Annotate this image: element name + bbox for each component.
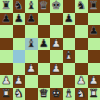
piece-black-pawn[interactable]: ♟ xyxy=(39,38,49,51)
piece-white-pawn[interactable]: ♟ xyxy=(26,63,36,76)
square-a6[interactable] xyxy=(0,25,13,38)
square-g4[interactable] xyxy=(75,50,88,63)
square-b4[interactable] xyxy=(13,50,26,63)
square-e7[interactable] xyxy=(50,13,63,26)
piece-black-pawn[interactable]: ♟ xyxy=(26,13,36,26)
square-f3[interactable] xyxy=(63,63,76,76)
piece-white-queen[interactable]: ♛ xyxy=(39,88,49,101)
square-h1[interactable]: ♜ xyxy=(88,88,101,101)
square-e3[interactable]: ♟ xyxy=(50,63,63,76)
square-d3[interactable] xyxy=(38,63,51,76)
piece-white-rook[interactable]: ♜ xyxy=(89,88,99,101)
square-c1[interactable] xyxy=(25,88,38,101)
piece-black-pawn[interactable]: ♟ xyxy=(89,25,99,38)
piece-white-pawn[interactable]: ♟ xyxy=(89,75,99,88)
piece-black-rook[interactable]: ♜ xyxy=(1,0,11,13)
square-e8[interactable]: ♚ xyxy=(50,0,63,13)
piece-white-knight[interactable]: ♞ xyxy=(14,88,24,101)
piece-black-pawn[interactable]: ♟ xyxy=(64,13,74,26)
square-c5[interactable]: ♝ xyxy=(25,38,38,51)
square-c2[interactable] xyxy=(25,75,38,88)
square-f6[interactable] xyxy=(63,25,76,38)
square-h8[interactable]: ♜ xyxy=(88,0,101,13)
piece-black-bishop[interactable]: ♝ xyxy=(26,0,36,13)
square-f7[interactable]: ♟ xyxy=(63,13,76,26)
square-h2[interactable]: ♟ xyxy=(88,75,101,88)
piece-white-pawn[interactable]: ♟ xyxy=(51,63,61,76)
square-f5[interactable] xyxy=(63,38,76,51)
piece-black-queen[interactable]: ♛ xyxy=(39,0,49,13)
square-c6[interactable] xyxy=(25,25,38,38)
piece-black-king[interactable]: ♚ xyxy=(51,0,61,13)
square-c4[interactable] xyxy=(25,50,38,63)
square-d6[interactable] xyxy=(38,25,51,38)
square-b8[interactable]: ♞ xyxy=(13,0,26,13)
square-f1[interactable]: ♝ xyxy=(63,88,76,101)
piece-white-pawn[interactable]: ♟ xyxy=(76,75,86,88)
piece-white-pawn[interactable]: ♟ xyxy=(14,75,24,88)
square-g5[interactable] xyxy=(75,38,88,51)
square-h6[interactable]: ♟ xyxy=(88,25,101,38)
square-d2[interactable] xyxy=(38,75,51,88)
square-g6[interactable] xyxy=(75,25,88,38)
square-b1[interactable]: ♞ xyxy=(13,88,26,101)
piece-black-knight[interactable]: ♞ xyxy=(76,0,86,13)
square-f8[interactable] xyxy=(63,0,76,13)
square-g2[interactable]: ♟ xyxy=(75,75,88,88)
piece-white-pawn[interactable]: ♟ xyxy=(51,38,61,51)
square-g3[interactable] xyxy=(75,63,88,76)
piece-black-pawn[interactable]: ♟ xyxy=(1,13,11,26)
piece-white-pawn[interactable]: ♟ xyxy=(1,75,11,88)
square-b2[interactable]: ♟ xyxy=(13,75,26,88)
square-a3[interactable] xyxy=(0,63,13,76)
square-c7[interactable]: ♟ xyxy=(25,13,38,26)
square-d8[interactable]: ♛ xyxy=(38,0,51,13)
square-a4[interactable] xyxy=(0,50,13,63)
square-b6[interactable] xyxy=(13,25,26,38)
square-g8[interactable]: ♞ xyxy=(75,0,88,13)
square-b3[interactable] xyxy=(13,63,26,76)
square-h7[interactable] xyxy=(88,13,101,26)
square-c8[interactable]: ♝ xyxy=(25,0,38,13)
square-e6[interactable] xyxy=(50,25,63,38)
square-h3[interactable] xyxy=(88,63,101,76)
piece-black-knight[interactable]: ♞ xyxy=(14,0,24,13)
square-e1[interactable]: ♚ xyxy=(50,88,63,101)
piece-white-knight[interactable]: ♞ xyxy=(76,88,86,101)
square-b5[interactable] xyxy=(13,38,26,51)
square-f4[interactable]: ♝ xyxy=(63,50,76,63)
square-e2[interactable] xyxy=(50,75,63,88)
chess-board: ♜♞♝♛♚♞♜♟♟♟♟♟♝♟♟♝♟♟♟♟♟♟♜♞♛♚♝♞♜ xyxy=(0,0,100,100)
square-a5[interactable] xyxy=(0,38,13,51)
piece-white-bishop[interactable]: ♝ xyxy=(64,88,74,101)
square-c3[interactable]: ♟ xyxy=(25,63,38,76)
piece-black-bishop[interactable]: ♝ xyxy=(26,38,36,51)
piece-black-pawn[interactable]: ♟ xyxy=(14,13,24,26)
piece-white-rook[interactable]: ♜ xyxy=(1,88,11,101)
square-g1[interactable]: ♞ xyxy=(75,88,88,101)
square-g7[interactable] xyxy=(75,13,88,26)
square-h4[interactable] xyxy=(88,50,101,63)
square-a1[interactable]: ♜ xyxy=(0,88,13,101)
square-d4[interactable] xyxy=(38,50,51,63)
piece-white-king[interactable]: ♚ xyxy=(51,88,61,101)
square-a2[interactable]: ♟ xyxy=(0,75,13,88)
square-h5[interactable] xyxy=(88,38,101,51)
piece-black-rook[interactable]: ♜ xyxy=(89,0,99,13)
square-d1[interactable]: ♛ xyxy=(38,88,51,101)
square-a7[interactable]: ♟ xyxy=(0,13,13,26)
square-e4[interactable] xyxy=(50,50,63,63)
square-f2[interactable] xyxy=(63,75,76,88)
piece-white-bishop[interactable]: ♝ xyxy=(64,50,74,63)
square-e5[interactable]: ♟ xyxy=(50,38,63,51)
square-d7[interactable] xyxy=(38,13,51,26)
square-d5[interactable]: ♟ xyxy=(38,38,51,51)
square-b7[interactable]: ♟ xyxy=(13,13,26,26)
square-a8[interactable]: ♜ xyxy=(0,0,13,13)
